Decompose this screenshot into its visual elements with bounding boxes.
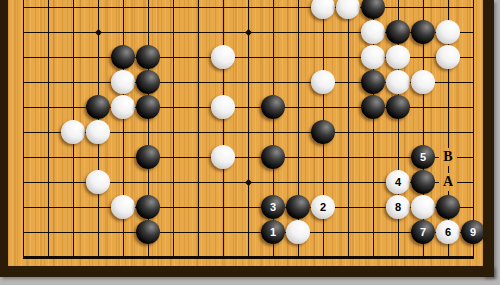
white-stone[interactable] [111,95,135,119]
white-stone[interactable] [111,70,135,94]
white-stone[interactable] [361,20,385,44]
white-stone[interactable]: 4 [386,170,410,194]
white-stone[interactable] [286,220,310,244]
black-stone[interactable]: 5 [411,145,435,169]
white-stone[interactable] [411,195,435,219]
black-stone[interactable] [361,95,385,119]
white-stone[interactable] [436,45,460,69]
black-stone[interactable]: 1 [261,220,285,244]
grid-line [457,182,474,183]
black-stone[interactable] [136,95,160,119]
black-stone[interactable] [411,170,435,194]
move-number: 6 [445,227,451,238]
white-stone[interactable] [386,70,410,94]
white-stone[interactable]: 2 [311,195,335,219]
board-frame-bottom [0,266,494,277]
black-stone[interactable] [86,95,110,119]
go-diagram: 543281769BA [0,0,500,285]
white-stone[interactable] [211,145,235,169]
grid-line [23,7,474,8]
white-stone[interactable] [361,45,385,69]
black-stone[interactable] [136,195,160,219]
black-stone[interactable] [361,70,385,94]
white-stone[interactable] [111,195,135,219]
black-stone[interactable] [311,120,335,144]
white-stone[interactable] [86,120,110,144]
white-stone[interactable] [386,45,410,69]
grid-line [457,157,474,158]
board-frame-left [0,0,8,277]
black-stone[interactable] [136,70,160,94]
white-stone[interactable] [61,120,85,144]
black-stone[interactable] [136,45,160,69]
move-number: 7 [420,227,426,238]
grid-line [123,0,124,258]
white-stone[interactable]: 8 [386,195,410,219]
grid-line [48,0,49,258]
black-stone[interactable] [411,20,435,44]
white-stone[interactable] [211,45,235,69]
grid-line [23,0,24,258]
move-number: 9 [470,227,476,238]
grid-line [348,0,349,258]
black-stone[interactable] [136,145,160,169]
grid-line [248,0,249,258]
white-stone[interactable] [411,70,435,94]
black-stone[interactable] [111,45,135,69]
move-number: 2 [320,202,326,213]
black-stone[interactable]: 9 [461,220,485,244]
board-frame-right [483,0,494,277]
grid-line [23,232,474,233]
point-label-b[interactable]: B [439,148,457,166]
move-number: 8 [395,202,401,213]
black-stone[interactable]: 3 [261,195,285,219]
move-number: 5 [420,152,426,163]
grid-line [173,0,174,258]
white-stone[interactable] [211,95,235,119]
white-stone[interactable]: 6 [436,220,460,244]
black-stone[interactable] [436,195,460,219]
point-label-a[interactable]: A [439,173,457,191]
black-stone[interactable] [136,220,160,244]
white-stone[interactable] [311,70,335,94]
move-number: 4 [395,177,401,188]
black-stone[interactable]: 7 [411,220,435,244]
black-stone[interactable] [261,95,285,119]
black-stone[interactable] [261,145,285,169]
grid-line [223,0,224,258]
grid-line [448,166,449,173]
white-stone[interactable] [86,170,110,194]
black-stone[interactable] [286,195,310,219]
grid-line [198,0,199,258]
black-stone[interactable] [386,95,410,119]
white-stone[interactable] [436,20,460,44]
move-number: 3 [270,202,276,213]
grid-line [23,256,474,259]
move-number: 1 [270,227,276,238]
black-stone[interactable] [386,20,410,44]
